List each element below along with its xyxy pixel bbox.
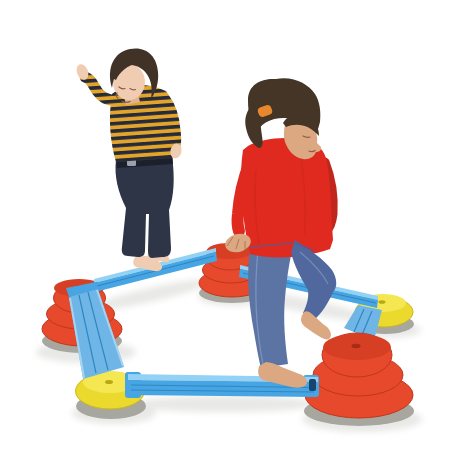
plank-clip — [309, 379, 316, 391]
girl — [223, 78, 336, 387]
boy-right-arm — [85, 77, 111, 100]
boy-jeans — [115, 156, 173, 258]
dome-hole — [379, 300, 386, 304]
boy — [74, 48, 183, 271]
dome-hole — [352, 344, 361, 348]
product-photo — [0, 0, 470, 470]
dome-hole — [105, 380, 113, 384]
stepping-stone-red-right — [304, 333, 414, 426]
balance-course-scene — [0, 0, 470, 470]
